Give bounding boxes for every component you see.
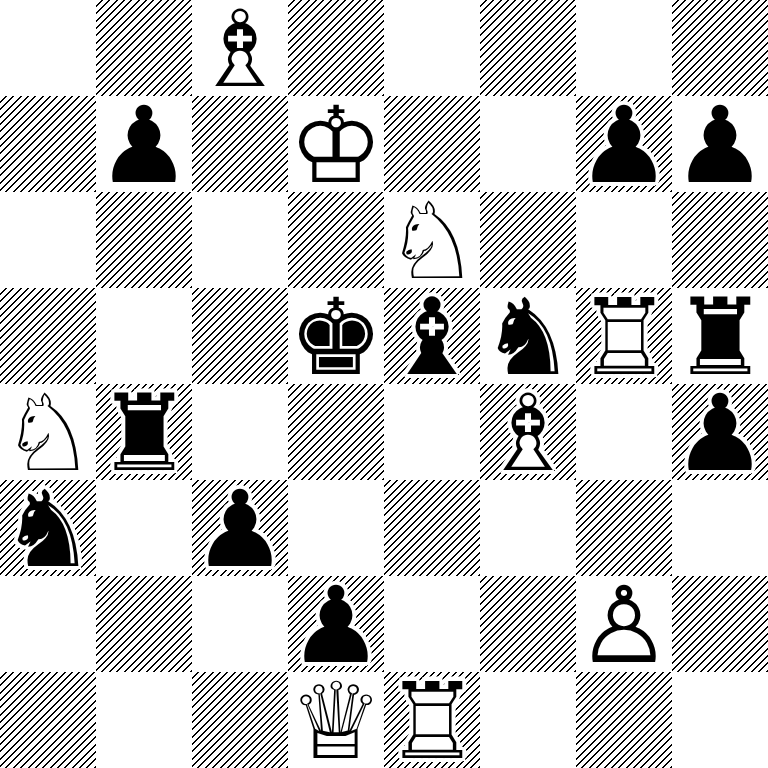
square-g4[interactable] (576, 384, 672, 480)
black-pawn: ♟ (288, 578, 384, 672)
square-e3[interactable] (384, 480, 480, 576)
square-f7[interactable] (480, 96, 576, 192)
square-d4[interactable] (288, 384, 384, 480)
black-knight: ♞ (480, 290, 576, 384)
white-rook: ♖ (576, 290, 672, 384)
piece-halo: ♟ (576, 578, 672, 672)
square-a5[interactable] (0, 288, 96, 384)
square-d6[interactable] (288, 192, 384, 288)
square-b5[interactable] (96, 288, 192, 384)
square-e6[interactable]: ♞♘ (384, 192, 480, 288)
square-c8[interactable]: ♝♗ (192, 0, 288, 96)
square-f3[interactable] (480, 480, 576, 576)
square-c5[interactable] (192, 288, 288, 384)
square-f5[interactable]: ♞♞ (480, 288, 576, 384)
black-pawn: ♟ (576, 98, 672, 192)
piece-halo: ♞ (480, 290, 576, 384)
white-queen: ♕ (288, 674, 384, 768)
piece-halo: ♝ (384, 290, 480, 384)
piece-halo: ♞ (384, 194, 480, 288)
white-bishop: ♗ (192, 2, 288, 96)
piece-halo: ♟ (288, 578, 384, 672)
square-a1[interactable] (0, 672, 96, 768)
square-h7[interactable]: ♟♟ (672, 96, 768, 192)
square-d2[interactable]: ♟♟ (288, 576, 384, 672)
chess-board: ♝♗♟♟♚♔♟♟♟♟♞♘♚♚♝♝♞♞♜♖♜♜♞♘♜♜♝♗♟♟♞♞♟♟♟♟♟♙♛♕… (0, 0, 768, 768)
square-c4[interactable] (192, 384, 288, 480)
black-bishop: ♝ (384, 290, 480, 384)
square-g7[interactable]: ♟♟ (576, 96, 672, 192)
square-h4[interactable]: ♟♟ (672, 384, 768, 480)
square-f1[interactable] (480, 672, 576, 768)
black-pawn: ♟ (672, 98, 768, 192)
square-d3[interactable] (288, 480, 384, 576)
square-d7[interactable]: ♚♔ (288, 96, 384, 192)
square-h3[interactable] (672, 480, 768, 576)
square-g1[interactable] (576, 672, 672, 768)
piece-halo: ♜ (384, 674, 480, 768)
square-g5[interactable]: ♜♖ (576, 288, 672, 384)
square-a6[interactable] (0, 192, 96, 288)
black-knight: ♞ (0, 482, 96, 576)
square-c1[interactable] (192, 672, 288, 768)
square-a3[interactable]: ♞♞ (0, 480, 96, 576)
square-a2[interactable] (0, 576, 96, 672)
square-a7[interactable] (0, 96, 96, 192)
square-a4[interactable]: ♞♘ (0, 384, 96, 480)
piece-halo: ♟ (672, 98, 768, 192)
white-king: ♔ (288, 98, 384, 192)
square-g2[interactable]: ♟♙ (576, 576, 672, 672)
square-h5[interactable]: ♜♜ (672, 288, 768, 384)
square-h1[interactable] (672, 672, 768, 768)
white-rook: ♖ (384, 674, 480, 768)
square-e5[interactable]: ♝♝ (384, 288, 480, 384)
square-f4[interactable]: ♝♗ (480, 384, 576, 480)
square-e1[interactable]: ♜♖ (384, 672, 480, 768)
square-h2[interactable] (672, 576, 768, 672)
square-c2[interactable] (192, 576, 288, 672)
square-b6[interactable] (96, 192, 192, 288)
piece-halo: ♞ (0, 482, 96, 576)
square-c7[interactable] (192, 96, 288, 192)
square-e8[interactable] (384, 0, 480, 96)
black-pawn: ♟ (192, 482, 288, 576)
square-g6[interactable] (576, 192, 672, 288)
square-b8[interactable] (96, 0, 192, 96)
square-f6[interactable] (480, 192, 576, 288)
piece-halo: ♞ (0, 386, 96, 480)
square-c3[interactable]: ♟♟ (192, 480, 288, 576)
piece-halo: ♜ (576, 290, 672, 384)
square-c6[interactable] (192, 192, 288, 288)
piece-halo: ♟ (576, 98, 672, 192)
piece-halo: ♚ (288, 290, 384, 384)
square-b7[interactable]: ♟♟ (96, 96, 192, 192)
white-knight: ♘ (384, 194, 480, 288)
black-pawn: ♟ (96, 98, 192, 192)
white-bishop: ♗ (480, 386, 576, 480)
piece-halo: ♚ (288, 98, 384, 192)
piece-halo: ♟ (192, 482, 288, 576)
square-b1[interactable] (96, 672, 192, 768)
white-knight: ♘ (0, 386, 96, 480)
piece-halo: ♟ (672, 386, 768, 480)
piece-halo: ♟ (96, 98, 192, 192)
piece-halo: ♜ (672, 290, 768, 384)
square-g3[interactable] (576, 480, 672, 576)
piece-halo: ♛ (288, 674, 384, 768)
square-a8[interactable] (0, 0, 96, 96)
square-e2[interactable] (384, 576, 480, 672)
square-g8[interactable] (576, 0, 672, 96)
black-rook: ♜ (672, 290, 768, 384)
square-f8[interactable] (480, 0, 576, 96)
square-b3[interactable] (96, 480, 192, 576)
square-h8[interactable] (672, 0, 768, 96)
piece-halo: ♝ (480, 386, 576, 480)
square-d1[interactable]: ♛♕ (288, 672, 384, 768)
square-d5[interactable]: ♚♚ (288, 288, 384, 384)
white-pawn: ♙ (576, 578, 672, 672)
black-king: ♚ (288, 290, 384, 384)
piece-halo: ♝ (192, 2, 288, 96)
square-e7[interactable] (384, 96, 480, 192)
black-rook: ♜ (96, 386, 192, 480)
square-f2[interactable] (480, 576, 576, 672)
square-b4[interactable]: ♜♜ (96, 384, 192, 480)
square-d8[interactable] (288, 0, 384, 96)
square-h6[interactable] (672, 192, 768, 288)
piece-halo: ♜ (96, 386, 192, 480)
black-pawn: ♟ (672, 386, 768, 480)
square-b2[interactable] (96, 576, 192, 672)
square-e4[interactable] (384, 384, 480, 480)
